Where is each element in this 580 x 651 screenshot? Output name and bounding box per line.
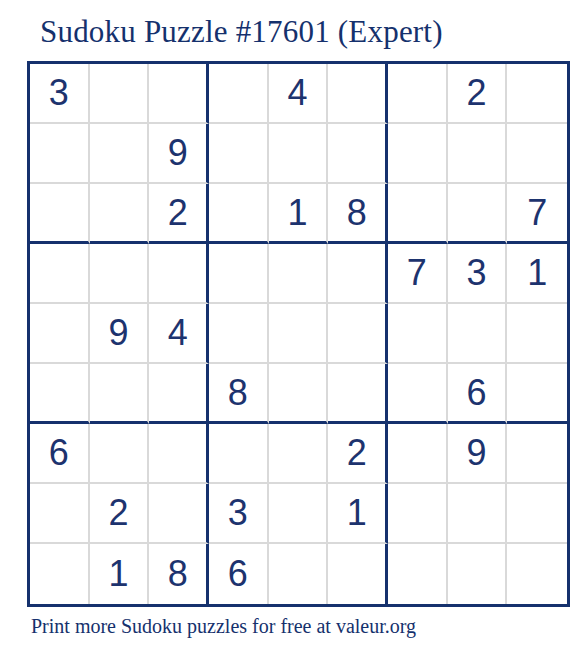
- cell-r1c6[interactable]: [328, 64, 388, 124]
- cell-r6c9[interactable]: [507, 364, 567, 424]
- cell-r6c5[interactable]: [269, 364, 329, 424]
- cell-r3c9[interactable]: 7: [507, 184, 567, 244]
- cell-r2c6[interactable]: [328, 124, 388, 184]
- cell-r1c5[interactable]: 4: [269, 64, 329, 124]
- cell-r6c6[interactable]: [328, 364, 388, 424]
- cell-r2c5[interactable]: [269, 124, 329, 184]
- cell-value: 3: [49, 75, 69, 111]
- footer-text: Print more Sudoku puzzles for free at va…: [31, 615, 416, 638]
- cell-r5c4[interactable]: [209, 304, 269, 364]
- cell-r2c1[interactable]: [30, 124, 90, 184]
- cell-r5c9[interactable]: [507, 304, 567, 364]
- cell-r5c6[interactable]: [328, 304, 388, 364]
- cell-value: 1: [527, 255, 547, 291]
- cell-r6c3[interactable]: [149, 364, 209, 424]
- cell-r4c4[interactable]: [209, 244, 269, 304]
- cell-value: 9: [466, 435, 486, 471]
- cell-r2c9[interactable]: [507, 124, 567, 184]
- cell-r1c7[interactable]: [388, 64, 448, 124]
- cell-value: 4: [168, 315, 188, 351]
- cell-r7c8[interactable]: 9: [448, 424, 508, 484]
- cell-r9c2[interactable]: 1: [90, 544, 150, 604]
- cell-value: 7: [527, 195, 547, 231]
- cell-value: 3: [228, 495, 248, 531]
- cell-r3c1[interactable]: [30, 184, 90, 244]
- cell-r6c2[interactable]: [90, 364, 150, 424]
- cell-r7c6[interactable]: 2: [328, 424, 388, 484]
- cell-r6c4[interactable]: 8: [209, 364, 269, 424]
- cell-r8c6[interactable]: 1: [328, 484, 388, 544]
- cell-value: 9: [168, 135, 188, 171]
- cell-r9c6[interactable]: [328, 544, 388, 604]
- sudoku-page: Sudoku Puzzle #17601 (Expert) 3429218773…: [0, 0, 580, 651]
- cell-r4c5[interactable]: [269, 244, 329, 304]
- cell-r6c1[interactable]: [30, 364, 90, 424]
- cell-value: 1: [287, 195, 307, 231]
- cell-r9c1[interactable]: [30, 544, 90, 604]
- cell-value: 3: [466, 255, 486, 291]
- cell-r8c2[interactable]: 2: [90, 484, 150, 544]
- cell-r7c2[interactable]: [90, 424, 150, 484]
- cell-r7c9[interactable]: [507, 424, 567, 484]
- cell-r8c5[interactable]: [269, 484, 329, 544]
- cell-value: 1: [108, 556, 128, 592]
- cell-r5c7[interactable]: [388, 304, 448, 364]
- cell-r1c1[interactable]: 3: [30, 64, 90, 124]
- cell-r8c7[interactable]: [388, 484, 448, 544]
- cell-r3c5[interactable]: 1: [269, 184, 329, 244]
- cell-r5c8[interactable]: [448, 304, 508, 364]
- cell-r4c6[interactable]: [328, 244, 388, 304]
- cell-value: 7: [407, 255, 427, 291]
- cell-value: 2: [466, 75, 486, 111]
- cell-r9c8[interactable]: [448, 544, 508, 604]
- cell-r3c8[interactable]: [448, 184, 508, 244]
- cell-r2c3[interactable]: 9: [149, 124, 209, 184]
- cell-r5c1[interactable]: [30, 304, 90, 364]
- cell-value: 2: [347, 435, 367, 471]
- cell-r2c7[interactable]: [388, 124, 448, 184]
- cell-r9c3[interactable]: 8: [149, 544, 209, 604]
- cell-r8c1[interactable]: [30, 484, 90, 544]
- page-title: Sudoku Puzzle #17601 (Expert): [40, 14, 443, 50]
- cell-value: 4: [287, 75, 307, 111]
- cell-value: 6: [228, 556, 248, 592]
- cell-r2c2[interactable]: [90, 124, 150, 184]
- cell-value: 8: [347, 195, 367, 231]
- cell-value: 2: [168, 195, 188, 231]
- cell-value: 6: [49, 435, 69, 471]
- cell-value: 9: [108, 315, 128, 351]
- cell-r4c7[interactable]: 7: [388, 244, 448, 304]
- cell-r7c7[interactable]: [388, 424, 448, 484]
- cell-value: 8: [168, 556, 188, 592]
- cell-r9c7[interactable]: [388, 544, 448, 604]
- cell-value: 6: [466, 375, 486, 411]
- cell-r8c3[interactable]: [149, 484, 209, 544]
- cell-r6c7[interactable]: [388, 364, 448, 424]
- cell-r3c6[interactable]: 8: [328, 184, 388, 244]
- cell-r4c8[interactable]: 3: [448, 244, 508, 304]
- cell-r4c1[interactable]: [30, 244, 90, 304]
- cell-r5c3[interactable]: 4: [149, 304, 209, 364]
- cell-r2c4[interactable]: [209, 124, 269, 184]
- cell-r3c4[interactable]: [209, 184, 269, 244]
- cell-r9c4[interactable]: 6: [209, 544, 269, 604]
- cell-r8c9[interactable]: [507, 484, 567, 544]
- cell-r2c8[interactable]: [448, 124, 508, 184]
- cell-r9c9[interactable]: [507, 544, 567, 604]
- cell-r3c7[interactable]: [388, 184, 448, 244]
- cell-r4c2[interactable]: [90, 244, 150, 304]
- cell-r1c4[interactable]: [209, 64, 269, 124]
- cell-value: 8: [228, 375, 248, 411]
- cell-r1c9[interactable]: [507, 64, 567, 124]
- cell-r1c2[interactable]: [90, 64, 150, 124]
- cell-r4c9[interactable]: 1: [507, 244, 567, 304]
- cell-r7c4[interactable]: [209, 424, 269, 484]
- cell-r5c2[interactable]: 9: [90, 304, 150, 364]
- cell-r8c8[interactable]: [448, 484, 508, 544]
- cell-r8c4[interactable]: 3: [209, 484, 269, 544]
- cell-value: 2: [108, 495, 128, 531]
- cell-r1c3[interactable]: [149, 64, 209, 124]
- cell-r3c3[interactable]: 2: [149, 184, 209, 244]
- cell-r9c5[interactable]: [269, 544, 329, 604]
- cell-r5c5[interactable]: [269, 304, 329, 364]
- cell-r6c8[interactable]: 6: [448, 364, 508, 424]
- cell-r7c3[interactable]: [149, 424, 209, 484]
- sudoku-board: 342921877319486629231186: [27, 61, 570, 607]
- cell-r4c3[interactable]: [149, 244, 209, 304]
- cell-value: 1: [347, 495, 367, 531]
- cell-r3c2[interactable]: [90, 184, 150, 244]
- cell-r1c8[interactable]: 2: [448, 64, 508, 124]
- cell-r7c1[interactable]: 6: [30, 424, 90, 484]
- cell-r7c5[interactable]: [269, 424, 329, 484]
